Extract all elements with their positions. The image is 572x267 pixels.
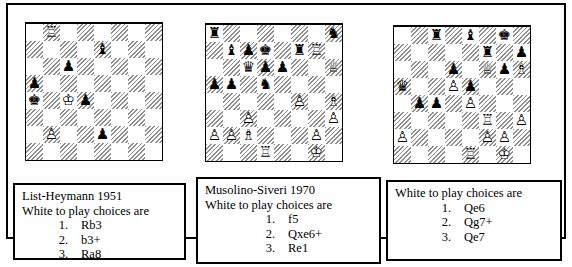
- white-pawn-piece: ♙: [240, 110, 257, 127]
- square-f8: [291, 25, 308, 42]
- square-g7: ♜♖: [308, 42, 325, 59]
- square-c5: [60, 75, 77, 92]
- square-a7: [206, 42, 223, 59]
- white-bishop-piece: ♗: [240, 127, 257, 144]
- square-f4: [111, 92, 128, 109]
- white-pawn-piece-fill: ♟: [325, 110, 342, 127]
- square-g3: [128, 109, 145, 126]
- square-d1: [77, 143, 94, 160]
- square-e1: ♜♖: [462, 146, 479, 163]
- square-f6: [291, 59, 308, 76]
- choice-move: Qxe6+: [288, 227, 322, 242]
- white-pawn-piece: ♙: [291, 93, 308, 110]
- square-a4: [394, 95, 411, 112]
- prompt-text-2: White to play choices are: [205, 198, 373, 213]
- square-b5: [43, 75, 60, 92]
- square-d7: [77, 41, 94, 58]
- black-bishop-piece: ♝: [94, 41, 111, 58]
- square-a6: [26, 58, 43, 75]
- square-f6: ♛♕: [479, 61, 496, 78]
- choice-item: 2.b3+: [22, 233, 178, 248]
- black-king-piece: ♚: [26, 92, 43, 109]
- choice-move: Qe7: [464, 230, 485, 245]
- square-c5: [428, 78, 445, 95]
- square-g2: [128, 126, 145, 143]
- white-pawn-piece: ♙: [223, 127, 240, 144]
- black-pawn-piece: ♟: [206, 76, 223, 93]
- black-queen-piece: ♛: [240, 59, 257, 76]
- square-c1: [428, 146, 445, 163]
- square-g3: [308, 110, 325, 127]
- square-c4: [240, 93, 257, 110]
- choice-item: 2.Qg7+: [395, 215, 554, 230]
- black-pawn-piece: ♟: [411, 95, 428, 112]
- choices-list-3: 1.Qe62.Qg7+3.Qe7: [395, 201, 554, 245]
- black-pawn-piece: ♟: [223, 76, 240, 93]
- square-f8: [479, 27, 496, 44]
- square-b4: ♟: [411, 95, 428, 112]
- square-f3: ♜♖: [479, 112, 496, 129]
- square-g5: [308, 76, 325, 93]
- square-g1: ♚♔: [308, 144, 325, 161]
- white-pawn-piece: ♙: [308, 127, 325, 144]
- choice-move: f5: [288, 212, 298, 227]
- white-king-piece: ♔: [308, 144, 325, 161]
- square-e7: ♝: [94, 41, 111, 58]
- square-g8: [308, 25, 325, 42]
- square-g8: ♚: [496, 27, 513, 44]
- square-d8: [445, 27, 462, 44]
- white-king-piece: ♔: [60, 92, 77, 109]
- black-pawn-piece: ♟: [513, 44, 530, 61]
- white-pawn-piece-fill: ♟: [496, 129, 513, 146]
- square-e5: [274, 76, 291, 93]
- square-d3: [445, 112, 462, 129]
- square-f3: [291, 110, 308, 127]
- square-e8: [94, 24, 111, 41]
- white-king-piece-fill: ♚: [496, 146, 513, 163]
- square-f8: [111, 24, 128, 41]
- square-g7: [128, 41, 145, 58]
- square-b2: ♟♙: [223, 127, 240, 144]
- square-g2: ♟♙: [496, 129, 513, 146]
- choice-move: b3+: [81, 233, 101, 248]
- square-h5: [325, 76, 342, 93]
- square-a2: ♟♙: [394, 129, 411, 146]
- square-e5: ♟: [462, 78, 479, 95]
- caption-box-1: List-Heymann 1951 White to play choices …: [13, 183, 186, 260]
- white-bishop-piece-fill: ♝: [513, 61, 530, 78]
- choice-move: Qg7+: [464, 215, 493, 230]
- square-d8: [77, 24, 94, 41]
- white-rook-piece-fill: ♜: [308, 42, 325, 59]
- white-bishop-piece-fill: ♝: [240, 127, 257, 144]
- square-g6: [308, 59, 325, 76]
- square-c3: [60, 109, 77, 126]
- square-h7: [325, 42, 342, 59]
- black-pawn-piece: ♟: [274, 59, 291, 76]
- square-a5: ♟: [26, 75, 43, 92]
- square-b1: [43, 143, 60, 160]
- square-d1: [445, 146, 462, 163]
- choices-list-2: 1.f52.Qxe6+3.Re1: [205, 212, 373, 256]
- square-g3: [496, 112, 513, 129]
- white-pawn-piece-fill: ♟: [394, 129, 411, 146]
- square-a1: [206, 144, 223, 161]
- square-h1: [513, 146, 530, 163]
- square-d4: ♟: [77, 92, 94, 109]
- choice-number: 1.: [257, 212, 275, 227]
- prompt-text-1: White to play choices are: [22, 204, 178, 219]
- square-b6: [223, 59, 240, 76]
- white-king-piece-fill: ♚: [308, 144, 325, 161]
- square-b1: [223, 144, 240, 161]
- square-a6: [394, 61, 411, 78]
- square-e4: [94, 92, 111, 109]
- square-g4: [496, 95, 513, 112]
- square-b7: ♝: [223, 42, 240, 59]
- square-b3: [43, 109, 60, 126]
- square-f5: [111, 75, 128, 92]
- white-rook-piece: ♖: [462, 146, 479, 163]
- square-c6: [428, 61, 445, 78]
- square-b6: [43, 58, 60, 75]
- square-f4: ♟♙: [291, 93, 308, 110]
- square-a1: [394, 146, 411, 163]
- black-rook-piece: ♜: [428, 27, 445, 44]
- square-e3: [462, 112, 479, 129]
- square-c2: [428, 129, 445, 146]
- square-b8: [411, 27, 428, 44]
- square-c6: ♟: [60, 58, 77, 75]
- square-e1: [274, 144, 291, 161]
- square-c1: [60, 143, 77, 160]
- square-c8: [240, 25, 257, 42]
- square-h6: [145, 58, 162, 75]
- white-pawn-piece-fill: ♟: [513, 112, 530, 129]
- square-e7: [274, 42, 291, 59]
- square-f1: [479, 146, 496, 163]
- square-b6: [411, 61, 428, 78]
- square-h4: ♝♗: [325, 93, 342, 110]
- square-e2: [462, 129, 479, 146]
- choice-move: Re1: [288, 241, 308, 256]
- square-b1: [411, 146, 428, 163]
- square-f2: [111, 126, 128, 143]
- white-pawn-piece-fill: ♟: [206, 127, 223, 144]
- square-d4: [257, 93, 274, 110]
- square-d6: ♟: [445, 61, 462, 78]
- white-pawn-piece: ♙: [445, 78, 462, 95]
- white-rook-piece-fill: ♜: [462, 146, 479, 163]
- square-h5: [145, 75, 162, 92]
- square-c1: [240, 144, 257, 161]
- square-e3: [274, 110, 291, 127]
- chess-board-1: ♜♖♝♟♟♚♚♔♟♟♙♟: [25, 22, 163, 161]
- choice-number: 2.: [50, 233, 68, 248]
- white-pawn-piece: ♙: [206, 127, 223, 144]
- black-pawn-piece: ♟: [445, 61, 462, 78]
- square-b7: [43, 41, 60, 58]
- choice-move: Ra8: [81, 247, 101, 262]
- square-e4: [274, 93, 291, 110]
- square-b8: ♜♖: [43, 24, 60, 41]
- square-h6: ♝♗: [513, 61, 530, 78]
- square-a1: [26, 143, 43, 160]
- white-pawn-piece-fill: ♟: [223, 127, 240, 144]
- square-c4: ♚♔: [60, 92, 77, 109]
- square-h7: ♟: [513, 44, 530, 61]
- square-d5: ♟♙: [445, 78, 462, 95]
- square-c7: [428, 44, 445, 61]
- square-h7: [145, 41, 162, 58]
- white-pawn-piece: ♙: [479, 129, 496, 146]
- square-g5: [128, 75, 145, 92]
- square-a2: [26, 126, 43, 143]
- square-c6: ♛: [240, 59, 257, 76]
- white-queen-piece-fill: ♛: [325, 59, 342, 76]
- black-knight-piece: ♞: [325, 25, 342, 42]
- white-rook-piece-fill: ♜: [479, 112, 496, 129]
- white-bishop-piece-fill: ♝: [325, 93, 342, 110]
- square-h8: [513, 27, 530, 44]
- square-a4: [206, 93, 223, 110]
- white-rook-piece-fill: ♜: [43, 24, 60, 41]
- square-h1: [325, 144, 342, 161]
- square-d8: [257, 25, 274, 42]
- square-f1: [111, 143, 128, 160]
- square-f4: [479, 95, 496, 112]
- game-title-1: List-Heymann 1951: [22, 189, 178, 204]
- square-d1: ♜♖: [257, 144, 274, 161]
- square-h4: [513, 95, 530, 112]
- square-h3: [145, 109, 162, 126]
- choice-item: 1.Qe6: [395, 201, 554, 216]
- white-pawn-piece-fill: ♟: [462, 95, 479, 112]
- square-d5: [77, 75, 94, 92]
- square-h3: ♟♙: [325, 110, 342, 127]
- caption-box-2: Musolino-Siveri 1970 White to play choic…: [196, 177, 381, 264]
- white-pawn-piece: ♙: [496, 129, 513, 146]
- black-bishop-piece: ♝: [223, 42, 240, 59]
- white-pawn-piece-fill: ♟: [240, 110, 257, 127]
- square-d7: [445, 44, 462, 61]
- square-c2: ♝♗: [240, 127, 257, 144]
- choice-number: 3.: [433, 230, 451, 245]
- square-c2: [60, 126, 77, 143]
- black-pawn-piece: ♟: [428, 95, 445, 112]
- square-a6: [206, 59, 223, 76]
- square-g2: ♟♙: [308, 127, 325, 144]
- square-b7: [411, 44, 428, 61]
- white-pawn-piece-fill: ♟: [43, 126, 60, 143]
- square-e3: [94, 109, 111, 126]
- white-rook-piece: ♖: [479, 112, 496, 129]
- square-b5: ♟: [223, 76, 240, 93]
- black-bishop-piece: ♝: [462, 27, 479, 44]
- white-rook-piece: ♖: [43, 24, 60, 41]
- chess-board-2: ♜♞♝♟♚♜♜♖♛♟♟♛♕♟♟♞♟♙♝♗♟♙♟♙♟♙♟♙♝♗♟♙♜♖♚♔: [205, 23, 343, 162]
- choices-list-1: 1.Rb32.b3+3.Ra8: [22, 218, 178, 262]
- white-pawn-piece-fill: ♟: [308, 127, 325, 144]
- white-pawn-piece-fill: ♟: [291, 93, 308, 110]
- black-pawn-piece: ♟: [77, 92, 94, 109]
- square-c3: [428, 112, 445, 129]
- black-rook-piece: ♜: [206, 25, 223, 42]
- prompt-text-3: White to play choices are: [395, 186, 554, 201]
- page: ♜♖♝♟♟♚♚♔♟♟♙♟ ♜♞♝♟♚♜♜♖♛♟♟♛♕♟♟♞♟♙♝♗♟♙♟♙♟♙♟…: [0, 0, 572, 267]
- square-b8: [223, 25, 240, 42]
- square-a5: ♛: [394, 78, 411, 95]
- square-h8: [145, 24, 162, 41]
- square-c3: ♟♙: [240, 110, 257, 127]
- white-queen-piece: ♕: [325, 59, 342, 76]
- white-king-piece: ♔: [496, 146, 513, 163]
- square-d6: ♟: [257, 59, 274, 76]
- square-f7: [111, 41, 128, 58]
- chess-board-3: ♜♝♚♜♟♟♛♕♟♝♗♛♟♙♟♟♟♟♙♜♖♟♙♟♙♟♙♟♙♜♖♚♔: [393, 25, 531, 164]
- square-e8: [274, 25, 291, 42]
- square-a7: [26, 41, 43, 58]
- square-a3: [394, 112, 411, 129]
- black-pawn-piece: ♟: [60, 58, 77, 75]
- choice-item: 3.Re1: [205, 241, 373, 256]
- white-pawn-piece: ♙: [513, 112, 530, 129]
- square-h6: ♛♕: [325, 59, 342, 76]
- square-f7: ♜: [479, 44, 496, 61]
- square-c4: ♟: [428, 95, 445, 112]
- square-g4: [128, 92, 145, 109]
- square-f5: [479, 78, 496, 95]
- square-d6: [77, 58, 94, 75]
- square-a8: [394, 27, 411, 44]
- square-e6: [462, 61, 479, 78]
- square-c8: ♜: [428, 27, 445, 44]
- square-f2: [291, 127, 308, 144]
- choice-move: Rb3: [81, 218, 102, 233]
- choice-move: Qe6: [464, 201, 485, 216]
- white-queen-piece: ♕: [479, 61, 496, 78]
- white-pawn-piece: ♙: [462, 95, 479, 112]
- square-e2: ♟: [94, 126, 111, 143]
- white-pawn-piece-fill: ♟: [479, 129, 496, 146]
- square-d2: [77, 126, 94, 143]
- square-d2: [445, 129, 462, 146]
- square-g8: [128, 24, 145, 41]
- black-knight-piece: ♞: [257, 76, 274, 93]
- white-rook-piece: ♖: [257, 144, 274, 161]
- square-e7: [462, 44, 479, 61]
- square-a8: ♜: [206, 25, 223, 42]
- white-bishop-piece: ♗: [325, 93, 342, 110]
- square-d3: [77, 109, 94, 126]
- square-h8: ♞: [325, 25, 342, 42]
- choice-number: 2.: [433, 215, 451, 230]
- square-g6: [128, 58, 145, 75]
- black-rook-piece: ♜: [291, 42, 308, 59]
- black-pawn-piece: ♟: [257, 59, 274, 76]
- game-title-2: Musolino-Siveri 1970: [205, 183, 373, 198]
- square-d7: ♚: [257, 42, 274, 59]
- white-bishop-piece: ♗: [513, 61, 530, 78]
- square-f3: [111, 109, 128, 126]
- black-pawn-piece: ♟: [240, 42, 257, 59]
- square-c7: [60, 41, 77, 58]
- square-f2: ♟♙: [479, 129, 496, 146]
- choice-number: 3.: [257, 241, 275, 256]
- white-rook-piece: ♖: [308, 42, 325, 59]
- square-a2: ♟♙: [206, 127, 223, 144]
- black-queen-piece: ♛: [394, 78, 411, 95]
- square-h5: [513, 78, 530, 95]
- square-h2: [513, 129, 530, 146]
- square-a5: ♟: [206, 76, 223, 93]
- square-g1: [128, 143, 145, 160]
- square-a8: [26, 24, 43, 41]
- choice-number: 3.: [50, 247, 68, 262]
- square-b2: ♟♙: [43, 126, 60, 143]
- choice-item: 1.f5: [205, 212, 373, 227]
- square-g7: [496, 44, 513, 61]
- choice-item: 3.Ra8: [22, 247, 178, 262]
- white-king-piece-fill: ♚: [60, 92, 77, 109]
- square-e5: [94, 75, 111, 92]
- square-a3: [26, 109, 43, 126]
- square-d2: [257, 127, 274, 144]
- black-pawn-piece: ♟: [94, 126, 111, 143]
- square-h4: [145, 92, 162, 109]
- square-g6: ♟: [496, 61, 513, 78]
- square-a3: [206, 110, 223, 127]
- black-king-piece: ♚: [496, 27, 513, 44]
- white-pawn-piece: ♙: [394, 129, 411, 146]
- white-rook-piece-fill: ♜: [257, 144, 274, 161]
- white-queen-piece-fill: ♛: [479, 61, 496, 78]
- black-pawn-piece: ♟: [496, 61, 513, 78]
- square-a7: [394, 44, 411, 61]
- square-e6: [94, 58, 111, 75]
- square-f6: [111, 58, 128, 75]
- square-e6: ♟: [274, 59, 291, 76]
- square-f7: ♜: [291, 42, 308, 59]
- square-h1: [145, 143, 162, 160]
- choice-number: 1.: [50, 218, 68, 233]
- square-f5: [291, 76, 308, 93]
- square-e1: [94, 143, 111, 160]
- square-d3: [257, 110, 274, 127]
- black-king-piece: ♚: [257, 42, 274, 59]
- square-b5: [411, 78, 428, 95]
- white-pawn-piece: ♙: [43, 126, 60, 143]
- square-d4: [445, 95, 462, 112]
- square-h2: [325, 127, 342, 144]
- caption-box-3: White to play choices are 1.Qe62.Qg7+3.Q…: [386, 180, 562, 261]
- choice-item: 2.Qxe6+: [205, 227, 373, 242]
- choice-item: 3.Qe7: [395, 230, 554, 245]
- choice-number: 2.: [257, 227, 275, 242]
- white-pawn-piece-fill: ♟: [445, 78, 462, 95]
- black-pawn-piece: ♟: [462, 78, 479, 95]
- square-b2: [411, 129, 428, 146]
- square-c5: [240, 76, 257, 93]
- square-e4: ♟♙: [462, 95, 479, 112]
- square-h2: [145, 126, 162, 143]
- square-c7: ♟: [240, 42, 257, 59]
- square-f1: [291, 144, 308, 161]
- square-a4: ♚: [26, 92, 43, 109]
- square-g4: [308, 93, 325, 110]
- white-pawn-piece: ♙: [325, 110, 342, 127]
